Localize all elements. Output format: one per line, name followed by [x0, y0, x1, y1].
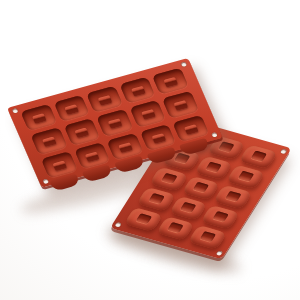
- square-cavity: [64, 118, 101, 145]
- square-dome-bump: [149, 167, 188, 192]
- square-cavity: [162, 91, 199, 118]
- square-dome-bump: [137, 187, 176, 212]
- square-cavity: [96, 109, 133, 136]
- square-dome-bump: [156, 216, 195, 241]
- square-cavity: [53, 95, 90, 122]
- product-photo-scene: [0, 0, 300, 300]
- bump-square-indent: [226, 191, 242, 202]
- cavity-inner-step: [85, 151, 100, 162]
- bump-square-indent: [219, 141, 235, 152]
- square-dome-bump: [201, 205, 240, 230]
- bump-square-indent: [206, 162, 222, 173]
- cavity-inner-step: [32, 113, 47, 124]
- corner-hole: [114, 222, 121, 228]
- cavity-inner-step: [65, 104, 80, 115]
- square-dome-bump: [188, 225, 227, 250]
- bump-square-indent: [161, 173, 177, 184]
- corner-hole: [280, 149, 287, 155]
- bump-square-indent: [136, 213, 152, 224]
- bump-square-indent: [174, 153, 190, 164]
- bump-square-indent: [149, 193, 165, 204]
- corner-hole: [211, 132, 218, 137]
- square-cavity: [129, 100, 166, 127]
- square-dome-bump: [226, 165, 265, 190]
- square-cavity: [20, 104, 57, 131]
- square-dome-bump: [124, 207, 163, 232]
- cavity-inner-step: [75, 128, 90, 139]
- corner-hole: [12, 108, 19, 113]
- cavity-inner-step: [118, 142, 133, 153]
- bump-square-indent: [238, 171, 254, 182]
- bump-square-indent: [181, 202, 197, 213]
- bump-square-indent: [168, 222, 184, 233]
- cavity-inner-step: [164, 77, 179, 88]
- bump-square-indent: [193, 182, 209, 193]
- bump-square-indent: [213, 211, 229, 222]
- cavity-inner-step: [184, 124, 199, 135]
- bump-square-indent: [200, 231, 216, 242]
- cavity-inner-step: [42, 137, 57, 148]
- square-dome-bump: [214, 185, 253, 210]
- square-dome-bump: [169, 196, 208, 221]
- square-dome-bump: [239, 144, 278, 169]
- corner-hole: [181, 62, 188, 67]
- cavity-inner-step: [52, 160, 67, 171]
- square-cavity: [86, 86, 123, 113]
- cavity-inner-step: [108, 119, 123, 130]
- cavity-inner-step: [174, 100, 189, 111]
- corner-hole: [216, 250, 223, 256]
- cavity-inner-step: [131, 86, 146, 97]
- cavity-inner-step: [98, 95, 113, 106]
- square-cavity: [31, 127, 68, 154]
- square-dome-bump: [181, 176, 220, 201]
- cavity-inner-step: [151, 133, 166, 144]
- bump-square-indent: [251, 150, 267, 161]
- square-dome-bump: [194, 156, 233, 181]
- corner-hole: [42, 179, 49, 184]
- cavity-inner-step: [141, 110, 156, 121]
- square-cavity: [152, 68, 189, 95]
- square-cavity: [119, 77, 156, 104]
